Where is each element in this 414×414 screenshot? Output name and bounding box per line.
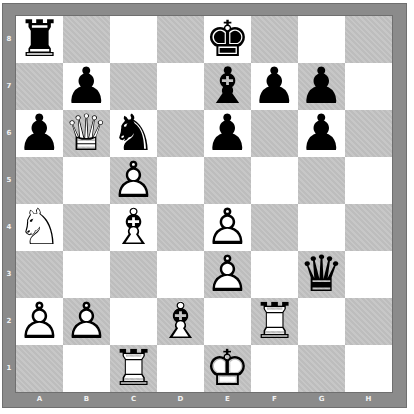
piece-white-pawn-a2[interactable]: ♟♙ xyxy=(16,298,63,345)
square-f4[interactable] xyxy=(251,204,298,251)
square-a4[interactable]: ♞♘ xyxy=(16,204,63,251)
piece-black-rook-a8[interactable]: ♜ xyxy=(16,16,63,63)
square-b8[interactable] xyxy=(63,16,110,63)
square-e8[interactable]: ♚ xyxy=(204,16,251,63)
piece-glyph: ♚ xyxy=(205,16,250,63)
piece-black-queen-g3[interactable]: ♛ xyxy=(298,251,345,298)
piece-black-bishop-e7[interactable]: ♝ xyxy=(204,63,251,110)
piece-white-pawn-b2[interactable]: ♟♙ xyxy=(63,298,110,345)
square-d2[interactable]: ♝♗ xyxy=(157,298,204,345)
square-h7[interactable] xyxy=(345,63,392,110)
square-g4[interactable] xyxy=(298,204,345,251)
piece-white-knight-a4[interactable]: ♞♘ xyxy=(16,204,63,251)
file-label-d: D xyxy=(157,392,204,406)
piece-glyph: ♟ xyxy=(252,63,297,110)
square-b7[interactable]: ♟ xyxy=(63,63,110,110)
rank-label-1: 1 xyxy=(3,345,15,392)
square-f5[interactable] xyxy=(251,157,298,204)
square-b4[interactable] xyxy=(63,204,110,251)
piece-glyph: ♖ xyxy=(111,345,156,392)
square-c4[interactable]: ♝♗ xyxy=(110,204,157,251)
file-label-h: H xyxy=(345,392,392,406)
rank-label-4: 4 xyxy=(3,204,15,251)
piece-glyph: ♟ xyxy=(64,63,109,110)
square-h3[interactable] xyxy=(345,251,392,298)
piece-white-bishop-c4[interactable]: ♝♗ xyxy=(110,204,157,251)
rank-label-6: 6 xyxy=(3,110,15,157)
square-f2[interactable]: ♜♖ xyxy=(251,298,298,345)
square-e3[interactable]: ♟♙ xyxy=(204,251,251,298)
rank-label-2: 2 xyxy=(3,298,15,345)
square-d1[interactable] xyxy=(157,345,204,392)
square-f1[interactable] xyxy=(251,345,298,392)
piece-black-pawn-f7[interactable]: ♟ xyxy=(251,63,298,110)
square-g3[interactable]: ♛ xyxy=(298,251,345,298)
square-g8[interactable] xyxy=(298,16,345,63)
rank-label-5: 5 xyxy=(3,157,15,204)
file-label-a: A xyxy=(16,392,63,406)
square-c2[interactable] xyxy=(110,298,157,345)
piece-glyph: ♘ xyxy=(17,204,62,251)
piece-glyph: ♗ xyxy=(158,298,203,345)
piece-glyph: ♙ xyxy=(205,251,250,298)
piece-glyph: ♙ xyxy=(64,298,109,345)
square-h1[interactable] xyxy=(345,345,392,392)
square-f3[interactable] xyxy=(251,251,298,298)
square-b6[interactable]: ♛♕ xyxy=(63,110,110,157)
piece-glyph: ♙ xyxy=(205,204,250,251)
square-c6[interactable]: ♞ xyxy=(110,110,157,157)
piece-glyph: ♙ xyxy=(17,298,62,345)
square-g2[interactable] xyxy=(298,298,345,345)
piece-glyph: ♟ xyxy=(205,110,250,157)
piece-glyph: ♟ xyxy=(17,110,62,157)
piece-glyph: ♕ xyxy=(64,110,109,157)
piece-white-king-e1[interactable]: ♚♔ xyxy=(204,345,251,392)
square-b3[interactable] xyxy=(63,251,110,298)
piece-black-pawn-e6[interactable]: ♟ xyxy=(204,110,251,157)
square-f6[interactable] xyxy=(251,110,298,157)
board-frame: 87654321 ABCDEFGH ♜♚♟♝♟♟♟♛♕♞♟♟♟♙♞♘♝♗♟♙♟♙… xyxy=(2,3,407,408)
piece-white-queen-b6[interactable]: ♛♕ xyxy=(63,110,110,157)
piece-glyph: ♞ xyxy=(111,110,156,157)
piece-black-pawn-g7[interactable]: ♟ xyxy=(298,63,345,110)
piece-white-pawn-e4[interactable]: ♟♙ xyxy=(204,204,251,251)
piece-glyph: ♟ xyxy=(299,110,344,157)
file-label-f: F xyxy=(251,392,298,406)
square-c5[interactable]: ♟♙ xyxy=(110,157,157,204)
rank-label-3: 3 xyxy=(3,251,15,298)
square-h5[interactable] xyxy=(345,157,392,204)
square-g6[interactable]: ♟ xyxy=(298,110,345,157)
square-h2[interactable] xyxy=(345,298,392,345)
square-b2[interactable]: ♟♙ xyxy=(63,298,110,345)
piece-white-bishop-d2[interactable]: ♝♗ xyxy=(157,298,204,345)
square-b5[interactable] xyxy=(63,157,110,204)
square-d3[interactable] xyxy=(157,251,204,298)
square-d4[interactable] xyxy=(157,204,204,251)
square-e4[interactable]: ♟♙ xyxy=(204,204,251,251)
piece-white-pawn-c5[interactable]: ♟♙ xyxy=(110,157,157,204)
square-e6[interactable]: ♟ xyxy=(204,110,251,157)
square-a2[interactable]: ♟♙ xyxy=(16,298,63,345)
piece-black-king-e8[interactable]: ♚ xyxy=(204,16,251,63)
square-f8[interactable] xyxy=(251,16,298,63)
file-label-b: B xyxy=(63,392,110,406)
square-c3[interactable] xyxy=(110,251,157,298)
square-f7[interactable]: ♟ xyxy=(251,63,298,110)
piece-white-pawn-e3[interactable]: ♟♙ xyxy=(204,251,251,298)
square-e7[interactable]: ♝ xyxy=(204,63,251,110)
square-h8[interactable] xyxy=(345,16,392,63)
square-h4[interactable] xyxy=(345,204,392,251)
piece-glyph: ♗ xyxy=(111,204,156,251)
file-label-g: G xyxy=(298,392,345,406)
chess-diagram: 87654321 ABCDEFGH ♜♚♟♝♟♟♟♛♕♞♟♟♟♙♞♘♝♗♟♙♟♙… xyxy=(0,0,414,414)
square-a3[interactable] xyxy=(16,251,63,298)
square-a6[interactable]: ♟ xyxy=(16,110,63,157)
square-h6[interactable] xyxy=(345,110,392,157)
piece-glyph: ♖ xyxy=(252,298,297,345)
piece-glyph: ♜ xyxy=(17,16,62,63)
square-e1[interactable]: ♚♔ xyxy=(204,345,251,392)
square-g1[interactable] xyxy=(298,345,345,392)
rank-label-8: 8 xyxy=(3,16,15,63)
piece-white-rook-c1[interactable]: ♜♖ xyxy=(110,345,157,392)
square-a7[interactable] xyxy=(16,63,63,110)
piece-glyph: ♔ xyxy=(205,345,250,392)
piece-glyph: ♛ xyxy=(299,251,344,298)
square-c8[interactable] xyxy=(110,16,157,63)
piece-black-pawn-g6[interactable]: ♟ xyxy=(298,110,345,157)
piece-black-knight-c6[interactable]: ♞ xyxy=(110,110,157,157)
square-d5[interactable] xyxy=(157,157,204,204)
square-d6[interactable] xyxy=(157,110,204,157)
square-e2[interactable] xyxy=(204,298,251,345)
square-g7[interactable]: ♟ xyxy=(298,63,345,110)
piece-glyph: ♟ xyxy=(299,63,344,110)
square-g5[interactable] xyxy=(298,157,345,204)
square-a5[interactable] xyxy=(16,157,63,204)
square-d8[interactable] xyxy=(157,16,204,63)
piece-black-pawn-a6[interactable]: ♟ xyxy=(16,110,63,157)
square-a8[interactable]: ♜ xyxy=(16,16,63,63)
piece-glyph: ♙ xyxy=(111,157,156,204)
rank-label-7: 7 xyxy=(3,63,15,110)
square-e5[interactable] xyxy=(204,157,251,204)
piece-black-pawn-b7[interactable]: ♟ xyxy=(63,63,110,110)
square-d7[interactable] xyxy=(157,63,204,110)
board-grid: ♜♚♟♝♟♟♟♛♕♞♟♟♟♙♞♘♝♗♟♙♟♙♛♟♙♟♙♝♗♜♖♜♖♚♔ xyxy=(16,16,392,392)
square-c1[interactable]: ♜♖ xyxy=(110,345,157,392)
square-b1[interactable] xyxy=(63,345,110,392)
piece-glyph: ♝ xyxy=(205,63,250,110)
piece-white-rook-f2[interactable]: ♜♖ xyxy=(251,298,298,345)
square-a1[interactable] xyxy=(16,345,63,392)
square-c7[interactable] xyxy=(110,63,157,110)
